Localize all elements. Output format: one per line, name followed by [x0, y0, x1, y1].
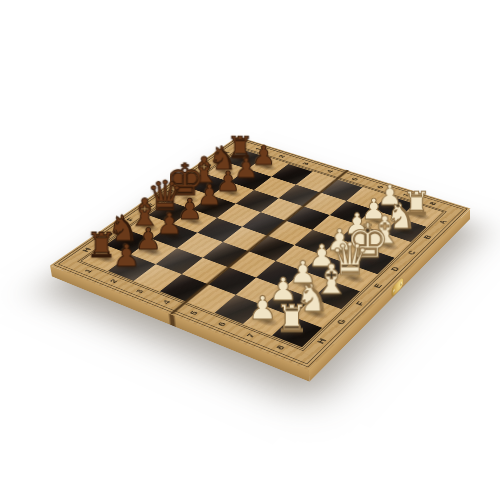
- board: 12345678 12345678 ABCDEFGH ABCDEFGH ♜♞♝♚…: [50, 136, 470, 370]
- file-label-C-labels-right: C: [406, 250, 418, 256]
- file-label-E-labels-right: E: [372, 283, 384, 289]
- piece-dark-pawn-H2: ♟: [110, 204, 143, 271]
- rank-label-5-labels-bottom: 5: [188, 310, 200, 316]
- file-label-F-labels-right: F: [354, 300, 366, 306]
- rank-label-1-labels-bottom: 1: [83, 268, 94, 274]
- rank-label-7-labels-bottom: 7: [245, 332, 258, 339]
- rank-label-4-labels-bottom: 4: [160, 299, 172, 305]
- piece-light-rook-H8: ♜: [274, 264, 310, 336]
- file-label-B-labels-right: B: [422, 234, 434, 240]
- rank-label-3-labels-top: 3: [300, 162, 310, 166]
- rank-label-8-labels-bottom: 8: [274, 344, 287, 351]
- rank-label-4-labels-top: 4: [325, 169, 335, 173]
- file-label-D-labels-right: D: [389, 266, 401, 272]
- rank-label-2-labels-bottom: 2: [108, 278, 120, 284]
- file-label-A-labels-right: A: [437, 219, 449, 225]
- file-label-H-labels-right: H: [315, 337, 329, 345]
- rank-label-6-labels-bottom: 6: [216, 321, 228, 328]
- rank-label-3-labels-bottom: 3: [134, 288, 146, 294]
- file-label-G-labels-right: G: [334, 318, 348, 326]
- photo-scene: 12345678 12345678 ABCDEFGH ABCDEFGH ♜♞♝♚…: [0, 0, 500, 500]
